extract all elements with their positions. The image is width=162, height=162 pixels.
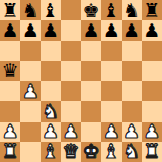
square-g1[interactable]: ♞ (122, 142, 142, 162)
square-e5[interactable] (81, 61, 101, 81)
white-pawn[interactable]: ♟ (123, 122, 140, 141)
square-f3[interactable] (101, 101, 121, 121)
square-e1[interactable]: ♚ (81, 142, 101, 162)
square-h8[interactable]: ♜ (142, 0, 162, 20)
square-e8[interactable]: ♚ (81, 0, 101, 20)
square-h7[interactable]: ♟ (142, 20, 162, 40)
black-king[interactable]: ♚ (83, 0, 100, 19)
black-pawn[interactable]: ♟ (123, 20, 140, 39)
square-b3[interactable] (20, 101, 40, 121)
square-b6[interactable] (20, 41, 40, 61)
white-knight[interactable]: ♞ (123, 142, 140, 161)
square-e6[interactable] (81, 41, 101, 61)
white-pawn[interactable]: ♟ (42, 122, 59, 141)
square-d7[interactable] (61, 20, 81, 40)
square-a7[interactable]: ♟ (0, 20, 20, 40)
black-pawn[interactable]: ♟ (22, 20, 39, 39)
square-a3[interactable] (0, 101, 20, 121)
square-d3[interactable] (61, 101, 81, 121)
white-pawn[interactable]: ♟ (143, 122, 160, 141)
square-c3[interactable]: ♞ (41, 101, 61, 121)
square-f5[interactable] (101, 61, 121, 81)
square-g2[interactable]: ♟ (122, 122, 142, 142)
square-b8[interactable]: ♞ (20, 0, 40, 20)
square-c2[interactable]: ♟ (41, 122, 61, 142)
square-d5[interactable] (61, 61, 81, 81)
white-pawn[interactable]: ♟ (2, 122, 19, 141)
square-h1[interactable]: ♜ (142, 142, 162, 162)
square-g3[interactable] (122, 101, 142, 121)
square-a1[interactable]: ♜ (0, 142, 20, 162)
white-pawn[interactable]: ♟ (62, 122, 79, 141)
square-f6[interactable] (101, 41, 121, 61)
square-b4[interactable]: ♟ (20, 81, 40, 101)
square-a2[interactable]: ♟ (0, 122, 20, 142)
square-a4[interactable] (0, 81, 20, 101)
square-g8[interactable]: ♞ (122, 0, 142, 20)
square-f8[interactable]: ♝ (101, 0, 121, 20)
square-b5[interactable] (20, 61, 40, 81)
square-g5[interactable] (122, 61, 142, 81)
square-e7[interactable]: ♟ (81, 20, 101, 40)
square-d4[interactable] (61, 81, 81, 101)
square-c1[interactable]: ♝ (41, 142, 61, 162)
square-a5[interactable]: ♛ (0, 61, 20, 81)
square-h6[interactable] (142, 41, 162, 61)
white-pawn[interactable]: ♟ (103, 122, 120, 141)
square-h2[interactable]: ♟ (142, 122, 162, 142)
white-rook[interactable]: ♜ (2, 142, 19, 161)
square-f2[interactable]: ♟ (101, 122, 121, 142)
square-c5[interactable] (41, 61, 61, 81)
white-queen[interactable]: ♛ (62, 142, 79, 161)
square-c7[interactable]: ♟ (41, 20, 61, 40)
square-b7[interactable]: ♟ (20, 20, 40, 40)
black-rook[interactable]: ♜ (2, 0, 19, 19)
square-f1[interactable]: ♝ (101, 142, 121, 162)
square-c6[interactable] (41, 41, 61, 61)
black-bishop[interactable]: ♝ (103, 0, 120, 19)
black-pawn[interactable]: ♟ (143, 20, 160, 39)
black-pawn[interactable]: ♟ (103, 20, 120, 39)
black-pawn[interactable]: ♟ (83, 20, 100, 39)
chess-board: ♜♞♝♚♝♞♜♟♟♟♟♟♟♟♛♟♞♟♟♟♟♟♟♜♝♛♚♝♞♜ (0, 0, 162, 162)
square-h3[interactable] (142, 101, 162, 121)
white-bishop[interactable]: ♝ (103, 142, 120, 161)
square-h5[interactable] (142, 61, 162, 81)
square-d6[interactable] (61, 41, 81, 61)
square-c8[interactable]: ♝ (41, 0, 61, 20)
square-h4[interactable] (142, 81, 162, 101)
square-a8[interactable]: ♜ (0, 0, 20, 20)
square-d8[interactable] (61, 0, 81, 20)
square-b1[interactable] (20, 142, 40, 162)
black-pawn[interactable]: ♟ (2, 20, 19, 39)
square-g6[interactable] (122, 41, 142, 61)
white-bishop[interactable]: ♝ (42, 142, 59, 161)
square-d1[interactable]: ♛ (61, 142, 81, 162)
square-e3[interactable] (81, 101, 101, 121)
square-f4[interactable] (101, 81, 121, 101)
square-a6[interactable] (0, 41, 20, 61)
white-rook[interactable]: ♜ (143, 142, 160, 161)
square-b2[interactable] (20, 122, 40, 142)
white-pawn[interactable]: ♟ (22, 81, 39, 100)
black-knight[interactable]: ♞ (22, 0, 39, 19)
black-knight[interactable]: ♞ (123, 0, 140, 19)
black-queen[interactable]: ♛ (2, 61, 19, 80)
square-d2[interactable]: ♟ (61, 122, 81, 142)
square-e2[interactable] (81, 122, 101, 142)
square-f7[interactable]: ♟ (101, 20, 121, 40)
square-g7[interactable]: ♟ (122, 20, 142, 40)
black-rook[interactable]: ♜ (143, 0, 160, 19)
white-knight[interactable]: ♞ (42, 101, 59, 120)
square-g4[interactable] (122, 81, 142, 101)
black-pawn[interactable]: ♟ (42, 20, 59, 39)
square-e4[interactable] (81, 81, 101, 101)
white-king[interactable]: ♚ (83, 142, 100, 161)
square-c4[interactable] (41, 81, 61, 101)
black-bishop[interactable]: ♝ (42, 0, 59, 19)
